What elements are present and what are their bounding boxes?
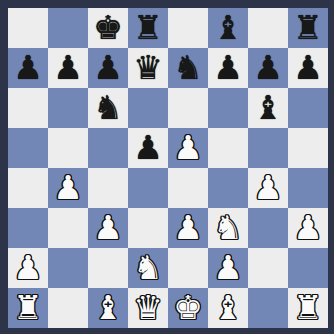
piece-white-bishop[interactable]: ♝ bbox=[213, 291, 243, 324]
square-h8[interactable]: ♜ bbox=[288, 8, 328, 48]
square-b6[interactable] bbox=[48, 88, 88, 128]
square-g2[interactable] bbox=[248, 248, 288, 288]
piece-black-rook[interactable]: ♜ bbox=[133, 11, 163, 44]
square-d6[interactable] bbox=[128, 88, 168, 128]
square-f1[interactable]: ♝ bbox=[208, 288, 248, 328]
square-c3[interactable]: ♟ bbox=[88, 208, 128, 248]
square-e1[interactable]: ♚ bbox=[168, 288, 208, 328]
chess-board-frame: ♚♜♝♜♟♟♟♛♞♟♟♟♞♝♟♟♟♟♟♟♞♟♟♞♟♜♝♛♚♝♜ bbox=[0, 0, 334, 334]
piece-white-knight[interactable]: ♞ bbox=[133, 251, 163, 284]
square-a7[interactable]: ♟ bbox=[8, 48, 48, 88]
square-e5[interactable]: ♟ bbox=[168, 128, 208, 168]
square-c6[interactable]: ♞ bbox=[88, 88, 128, 128]
square-f4[interactable] bbox=[208, 168, 248, 208]
square-h6[interactable] bbox=[288, 88, 328, 128]
square-a6[interactable] bbox=[8, 88, 48, 128]
piece-black-pawn[interactable]: ♟ bbox=[53, 51, 83, 84]
square-f2[interactable]: ♟ bbox=[208, 248, 248, 288]
chess-board: ♚♜♝♜♟♟♟♛♞♟♟♟♞♝♟♟♟♟♟♟♞♟♟♞♟♜♝♛♚♝♜ bbox=[8, 8, 328, 328]
square-b4[interactable]: ♟ bbox=[48, 168, 88, 208]
square-f7[interactable]: ♟ bbox=[208, 48, 248, 88]
piece-white-pawn[interactable]: ♟ bbox=[53, 171, 83, 204]
square-b7[interactable]: ♟ bbox=[48, 48, 88, 88]
square-g1[interactable] bbox=[248, 288, 288, 328]
square-c7[interactable]: ♟ bbox=[88, 48, 128, 88]
square-d7[interactable]: ♛ bbox=[128, 48, 168, 88]
piece-black-pawn[interactable]: ♟ bbox=[13, 51, 43, 84]
square-c8[interactable]: ♚ bbox=[88, 8, 128, 48]
square-a4[interactable] bbox=[8, 168, 48, 208]
square-h1[interactable]: ♜ bbox=[288, 288, 328, 328]
piece-white-pawn[interactable]: ♟ bbox=[293, 211, 323, 244]
piece-black-king[interactable]: ♚ bbox=[93, 11, 123, 44]
square-e8[interactable] bbox=[168, 8, 208, 48]
piece-white-rook[interactable]: ♜ bbox=[293, 291, 323, 324]
square-a8[interactable] bbox=[8, 8, 48, 48]
square-b3[interactable] bbox=[48, 208, 88, 248]
piece-black-pawn[interactable]: ♟ bbox=[133, 131, 163, 164]
piece-black-pawn[interactable]: ♟ bbox=[293, 51, 323, 84]
square-b1[interactable] bbox=[48, 288, 88, 328]
square-g3[interactable] bbox=[248, 208, 288, 248]
piece-white-bishop[interactable]: ♝ bbox=[93, 291, 123, 324]
square-h5[interactable] bbox=[288, 128, 328, 168]
square-g5[interactable] bbox=[248, 128, 288, 168]
piece-black-knight[interactable]: ♞ bbox=[173, 51, 203, 84]
piece-white-pawn[interactable]: ♟ bbox=[253, 171, 283, 204]
piece-black-queen[interactable]: ♛ bbox=[133, 51, 163, 84]
square-g4[interactable]: ♟ bbox=[248, 168, 288, 208]
square-h3[interactable]: ♟ bbox=[288, 208, 328, 248]
square-c2[interactable] bbox=[88, 248, 128, 288]
square-d2[interactable]: ♞ bbox=[128, 248, 168, 288]
square-d3[interactable] bbox=[128, 208, 168, 248]
square-e4[interactable] bbox=[168, 168, 208, 208]
square-g7[interactable]: ♟ bbox=[248, 48, 288, 88]
piece-white-pawn[interactable]: ♟ bbox=[213, 251, 243, 284]
piece-black-pawn[interactable]: ♟ bbox=[93, 51, 123, 84]
square-f6[interactable] bbox=[208, 88, 248, 128]
square-c1[interactable]: ♝ bbox=[88, 288, 128, 328]
square-a5[interactable] bbox=[8, 128, 48, 168]
square-d5[interactable]: ♟ bbox=[128, 128, 168, 168]
piece-white-pawn[interactable]: ♟ bbox=[13, 251, 43, 284]
square-f8[interactable]: ♝ bbox=[208, 8, 248, 48]
square-f5[interactable] bbox=[208, 128, 248, 168]
square-b8[interactable] bbox=[48, 8, 88, 48]
square-h7[interactable]: ♟ bbox=[288, 48, 328, 88]
piece-white-king[interactable]: ♚ bbox=[173, 291, 203, 324]
square-g6[interactable]: ♝ bbox=[248, 88, 288, 128]
square-g8[interactable] bbox=[248, 8, 288, 48]
square-d4[interactable] bbox=[128, 168, 168, 208]
piece-black-rook[interactable]: ♜ bbox=[293, 11, 323, 44]
square-e2[interactable] bbox=[168, 248, 208, 288]
piece-white-pawn[interactable]: ♟ bbox=[173, 211, 203, 244]
square-b2[interactable] bbox=[48, 248, 88, 288]
square-e3[interactable]: ♟ bbox=[168, 208, 208, 248]
square-f3[interactable]: ♞ bbox=[208, 208, 248, 248]
piece-white-rook[interactable]: ♜ bbox=[13, 291, 43, 324]
square-c5[interactable] bbox=[88, 128, 128, 168]
square-c4[interactable] bbox=[88, 168, 128, 208]
square-d8[interactable]: ♜ bbox=[128, 8, 168, 48]
square-a1[interactable]: ♜ bbox=[8, 288, 48, 328]
piece-black-knight[interactable]: ♞ bbox=[93, 91, 123, 124]
piece-black-bishop[interactable]: ♝ bbox=[253, 91, 283, 124]
square-h2[interactable] bbox=[288, 248, 328, 288]
piece-white-pawn[interactable]: ♟ bbox=[173, 131, 203, 164]
piece-white-queen[interactable]: ♛ bbox=[133, 291, 163, 324]
square-h4[interactable] bbox=[288, 168, 328, 208]
square-d1[interactable]: ♛ bbox=[128, 288, 168, 328]
piece-white-pawn[interactable]: ♟ bbox=[93, 211, 123, 244]
square-b5[interactable] bbox=[48, 128, 88, 168]
piece-white-knight[interactable]: ♞ bbox=[213, 211, 243, 244]
square-e7[interactable]: ♞ bbox=[168, 48, 208, 88]
piece-black-pawn[interactable]: ♟ bbox=[213, 51, 243, 84]
piece-black-bishop[interactable]: ♝ bbox=[213, 11, 243, 44]
square-a2[interactable]: ♟ bbox=[8, 248, 48, 288]
square-a3[interactable] bbox=[8, 208, 48, 248]
piece-black-pawn[interactable]: ♟ bbox=[253, 51, 283, 84]
square-e6[interactable] bbox=[168, 88, 208, 128]
